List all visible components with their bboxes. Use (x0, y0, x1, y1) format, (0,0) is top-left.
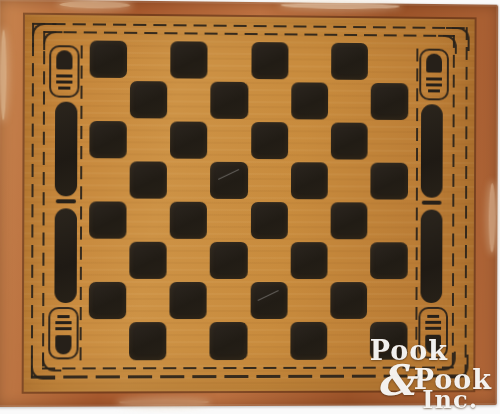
border-dash-top-inner (43, 31, 455, 37)
motif-dome (426, 54, 442, 73)
board-square[interactable] (209, 40, 249, 81)
board-square[interactable] (87, 160, 128, 201)
board-square[interactable] (209, 200, 249, 240)
board-square[interactable] (289, 121, 329, 161)
board-square[interactable] (249, 80, 289, 120)
board-square[interactable] (250, 282, 287, 319)
right-mid-dash (422, 201, 442, 205)
board-square[interactable] (290, 322, 327, 359)
board-square[interactable] (127, 281, 168, 321)
right-top-arch-motif (419, 49, 449, 101)
board-square[interactable] (168, 321, 209, 361)
board-square[interactable] (250, 202, 287, 239)
board-square[interactable] (89, 201, 127, 238)
motif-bar (425, 327, 441, 330)
border-dash-right-outer (465, 27, 468, 376)
board-square[interactable] (369, 201, 409, 241)
board-square[interactable] (249, 241, 289, 281)
board-square[interactable] (331, 122, 368, 159)
board-square[interactable] (128, 119, 169, 160)
board-square[interactable] (208, 281, 248, 321)
board-square[interactable] (210, 242, 247, 279)
board-square[interactable] (289, 281, 329, 321)
motif-bar (56, 74, 72, 77)
left-panel-dash-line (80, 45, 83, 361)
board-square[interactable] (291, 82, 328, 119)
frame-wear-mark (489, 183, 496, 252)
board-square[interactable] (369, 281, 409, 321)
board-square[interactable] (330, 282, 367, 319)
board-square[interactable] (329, 321, 369, 361)
board-square[interactable] (369, 121, 409, 161)
border-dash-right-inner (452, 35, 455, 369)
board-square[interactable] (88, 282, 126, 319)
motif-dome (56, 50, 72, 69)
board-square[interactable] (129, 322, 167, 359)
board-square[interactable] (210, 162, 247, 199)
board-square[interactable] (170, 121, 208, 158)
frame-wear-mark (60, 1, 131, 9)
motif-dome (55, 335, 71, 354)
board-square[interactable] (170, 41, 208, 79)
motif-bar (428, 89, 440, 92)
motif-bar (426, 83, 442, 86)
board-square[interactable] (130, 81, 168, 119)
board-square[interactable] (251, 122, 288, 159)
board-square[interactable] (89, 121, 127, 159)
watermark: Pook &Pook Inc. (370, 340, 492, 410)
board-square[interactable] (87, 321, 128, 361)
board-square[interactable] (329, 81, 369, 121)
frame-wear-mark (281, 2, 400, 9)
board-square[interactable] (248, 321, 288, 361)
board-square[interactable] (169, 79, 210, 120)
left-mid-dash (56, 199, 76, 203)
board-square[interactable] (251, 42, 288, 79)
board-square[interactable] (87, 240, 128, 280)
board-square[interactable] (89, 40, 127, 78)
board-square[interactable] (211, 81, 248, 118)
motif-bar (57, 315, 69, 318)
board-square[interactable] (371, 83, 408, 120)
board-square[interactable] (129, 161, 167, 198)
board-square[interactable] (168, 240, 209, 280)
left-upper-pill (55, 102, 78, 197)
board-square[interactable] (169, 282, 207, 319)
checkerboard (87, 38, 410, 361)
board-square[interactable] (170, 202, 208, 239)
motif-bar (55, 321, 71, 324)
frame-wear-mark (119, 399, 210, 405)
board-square[interactable] (129, 242, 167, 279)
board-square[interactable] (249, 160, 289, 200)
board-square[interactable] (370, 242, 407, 279)
board-square[interactable] (209, 120, 249, 160)
motif-bar (56, 80, 72, 83)
board-square[interactable] (87, 79, 128, 120)
motif-bar (55, 327, 71, 330)
right-upper-pill (421, 104, 443, 197)
board-square[interactable] (291, 162, 328, 199)
auction-photo: Pook &Pook Inc. (0, 0, 500, 414)
board-square[interactable] (370, 41, 410, 81)
watermark-ampersand: & (377, 356, 416, 405)
motif-bar (427, 315, 439, 318)
board-square[interactable] (331, 202, 368, 239)
board-square[interactable] (128, 39, 169, 80)
border-dash-left-inner (42, 31, 45, 370)
border-dash-left-outer (31, 23, 34, 378)
left-bottom-arch-motif (48, 307, 79, 359)
motif-bar (425, 321, 441, 324)
frame-wear-mark (0, 30, 6, 121)
motif-bar (426, 77, 442, 80)
right-lower-pill (420, 210, 442, 303)
left-lower-pill (54, 208, 77, 303)
board-square[interactable] (371, 162, 408, 199)
board-square[interactable] (290, 242, 327, 279)
motif-bar (58, 87, 70, 90)
board-square[interactable] (210, 322, 247, 359)
board-square[interactable] (168, 160, 209, 200)
left-top-arch-motif (49, 45, 80, 98)
board-square[interactable] (289, 201, 329, 241)
board-square[interactable] (329, 241, 369, 281)
board-square[interactable] (128, 200, 169, 240)
board-square[interactable] (290, 40, 330, 80)
board-square[interactable] (329, 161, 369, 201)
board-square[interactable] (331, 42, 368, 79)
border-dash-top-outer (32, 23, 468, 29)
